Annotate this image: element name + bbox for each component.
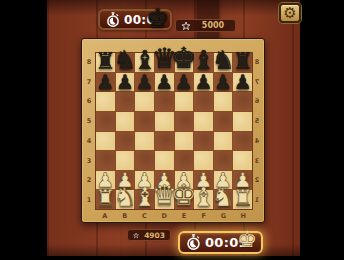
chess-game-screen: 00:00 ♚ 5000 ⚙ 87654321 87654321 ABCDEFG… <box>0 0 344 260</box>
square-h3[interactable] <box>233 151 252 170</box>
square-g3[interactable] <box>214 151 233 170</box>
square-a6[interactable] <box>96 92 115 111</box>
black-pawn[interactable]: ♟ <box>96 72 114 92</box>
square-g8[interactable]: ♞ <box>214 53 233 72</box>
square-a1[interactable]: ♜ <box>96 190 115 209</box>
square-e4[interactable] <box>175 132 194 151</box>
square-b3[interactable] <box>116 151 135 170</box>
white-timer-badge-active: 00:09 ♚ <box>178 231 263 254</box>
square-d5[interactable] <box>155 112 174 131</box>
rank-label: 4 <box>252 131 262 151</box>
black-score-value: 5000 <box>196 21 230 30</box>
square-b5[interactable] <box>116 112 135 131</box>
rank-label: 7 <box>252 72 262 92</box>
square-h6[interactable] <box>233 92 252 111</box>
square-f6[interactable] <box>194 92 213 111</box>
gear-icon: ⚙ <box>283 6 296 21</box>
square-c6[interactable] <box>135 92 154 111</box>
white-timer-value: 00:09 <box>205 235 248 250</box>
chess-board: 87654321 87654321 ABCDEFGH ♜♞♝♛♚♝♞♜♟♟♟♟♟… <box>81 38 265 223</box>
rank-label: 1 <box>84 190 94 210</box>
square-f1[interactable]: ♝ <box>194 190 213 209</box>
rank-label: 8 <box>252 52 262 72</box>
black-timer-badge: 00:00 <box>98 9 172 30</box>
rank-label: 5 <box>84 111 94 131</box>
square-e6[interactable] <box>175 92 194 111</box>
square-f4[interactable] <box>194 132 213 151</box>
square-a5[interactable] <box>96 112 115 131</box>
square-f7[interactable]: ♟ <box>194 73 213 92</box>
square-h1[interactable]: ♜ <box>233 190 252 209</box>
square-h5[interactable] <box>233 112 252 131</box>
white-knight[interactable]: ♞ <box>211 184 234 210</box>
square-d7[interactable]: ♟ <box>155 73 174 92</box>
square-c5[interactable] <box>135 112 154 131</box>
rank-label: 6 <box>84 92 94 112</box>
square-g7[interactable]: ♟ <box>214 73 233 92</box>
rank-label: 6 <box>252 92 262 112</box>
file-label: A <box>95 210 115 222</box>
square-f3[interactable] <box>194 151 213 170</box>
rank-label: 2 <box>252 171 262 191</box>
black-pawn[interactable]: ♟ <box>116 72 134 92</box>
rank-labels-left: 87654321 <box>84 52 94 210</box>
square-a7[interactable]: ♟ <box>96 73 115 92</box>
white-rook[interactable]: ♜ <box>232 187 253 210</box>
board-grid: ♜♞♝♛♚♝♞♜♟♟♟♟♟♟♟♟♟♟♟♟♟♟♟♟♜♞♝♛♚♝♞♜ <box>95 52 253 210</box>
white-score-badge: 4903 <box>127 229 171 241</box>
rank-label: 7 <box>84 72 94 92</box>
square-e7[interactable]: ♟ <box>175 73 194 92</box>
square-a8[interactable]: ♜ <box>96 53 115 72</box>
black-knight[interactable]: ♞ <box>211 47 234 73</box>
square-b4[interactable] <box>116 132 135 151</box>
square-e1[interactable]: ♚ <box>175 190 194 209</box>
square-g6[interactable] <box>214 92 233 111</box>
square-h8[interactable]: ♜ <box>233 53 252 72</box>
black-pawn[interactable]: ♟ <box>175 72 193 92</box>
black-score-badge: 5000 <box>175 19 236 32</box>
square-b1[interactable]: ♞ <box>116 190 135 209</box>
square-g5[interactable] <box>214 112 233 131</box>
black-pawn[interactable]: ♟ <box>214 72 232 92</box>
square-a3[interactable] <box>96 151 115 170</box>
square-b8[interactable]: ♞ <box>116 53 135 72</box>
square-d6[interactable] <box>155 92 174 111</box>
square-g4[interactable] <box>214 132 233 151</box>
rank-label: 4 <box>84 131 94 151</box>
square-b7[interactable]: ♟ <box>116 73 135 92</box>
square-d4[interactable] <box>155 132 174 151</box>
square-f8[interactable]: ♝ <box>194 53 213 72</box>
square-b6[interactable] <box>116 92 135 111</box>
stopwatch-icon <box>186 234 201 251</box>
square-e8[interactable]: ♚ <box>175 53 194 72</box>
square-g1[interactable]: ♞ <box>214 190 233 209</box>
square-c3[interactable] <box>135 151 154 170</box>
square-c4[interactable] <box>135 132 154 151</box>
rank-labels-right: 87654321 <box>252 52 262 210</box>
black-rook[interactable]: ♜ <box>232 50 253 73</box>
rank-label: 8 <box>84 52 94 72</box>
rank-label: 1 <box>252 190 262 210</box>
rank-label: 3 <box>252 151 262 171</box>
square-e5[interactable] <box>175 112 194 131</box>
square-f5[interactable] <box>194 112 213 131</box>
square-e3[interactable] <box>175 151 194 170</box>
rank-label: 3 <box>84 151 94 171</box>
file-label: H <box>233 210 253 222</box>
black-timer-value: 00:00 <box>124 13 164 27</box>
square-h4[interactable] <box>233 132 252 151</box>
stopwatch-icon <box>106 12 120 28</box>
black-pawn[interactable]: ♟ <box>155 72 173 92</box>
star-icon <box>181 21 191 31</box>
rank-label: 2 <box>84 171 94 191</box>
black-pawn[interactable]: ♟ <box>234 72 252 92</box>
white-score-value: 4903 <box>144 231 165 240</box>
black-pawn[interactable]: ♟ <box>194 72 212 92</box>
black-pawn[interactable]: ♟ <box>136 72 154 92</box>
square-d3[interactable] <box>155 151 174 170</box>
square-h7[interactable]: ♟ <box>233 73 252 92</box>
square-a4[interactable] <box>96 132 115 151</box>
square-c7[interactable]: ♟ <box>135 73 154 92</box>
rank-label: 5 <box>252 111 262 131</box>
settings-button[interactable]: ⚙ <box>279 3 301 23</box>
star-icon <box>133 231 139 240</box>
